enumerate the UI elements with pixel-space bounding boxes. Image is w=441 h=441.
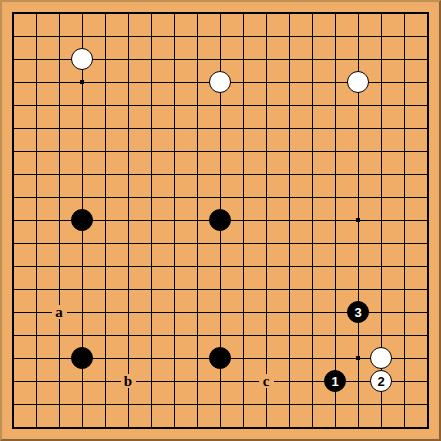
intersection-D17 <box>71 48 94 71</box>
black-stone-D4 <box>71 347 93 369</box>
go-board[interactable]: abc231 <box>0 0 441 441</box>
white-stone-Q16 <box>347 71 369 93</box>
black-stone-K4 <box>209 347 231 369</box>
black-stone-K10 <box>209 209 231 231</box>
move-3-black-stone-Q6: 3 <box>347 301 369 323</box>
go-board-grid: abc231 <box>2 2 439 439</box>
white-stone-D17 <box>71 48 93 70</box>
intersection-K16 <box>209 71 232 94</box>
white-stone-R4 <box>370 347 392 369</box>
labeled-intersection-M3: c <box>255 370 278 393</box>
intersection-K10 <box>209 209 232 232</box>
black-stone-D10 <box>71 209 93 231</box>
intersection-K4 <box>209 347 232 370</box>
label-a: a <box>52 305 67 319</box>
intersection-P3: 1 <box>324 370 347 393</box>
intersection-D10 <box>71 209 94 232</box>
star-point-mark <box>80 80 84 84</box>
white-stone-K16 <box>209 71 231 93</box>
labeled-intersection-F3: b <box>117 370 140 393</box>
intersection-Q6: 3 <box>347 301 370 324</box>
star-point-mark <box>356 218 360 222</box>
star-point-mark <box>356 356 360 360</box>
label-c: c <box>259 374 274 388</box>
move-2-white-stone-R3: 2 <box>370 370 392 392</box>
star-point <box>347 209 370 232</box>
intersection-R4 <box>370 347 393 370</box>
label-b: b <box>121 374 136 388</box>
intersection-D4 <box>71 347 94 370</box>
star-point <box>347 347 370 370</box>
move-1-black-stone-P3: 1 <box>324 370 346 392</box>
star-point <box>71 71 94 94</box>
labeled-intersection-C6: a <box>48 301 71 324</box>
intersection-R3: 2 <box>370 370 393 393</box>
intersection-Q16 <box>347 71 370 94</box>
